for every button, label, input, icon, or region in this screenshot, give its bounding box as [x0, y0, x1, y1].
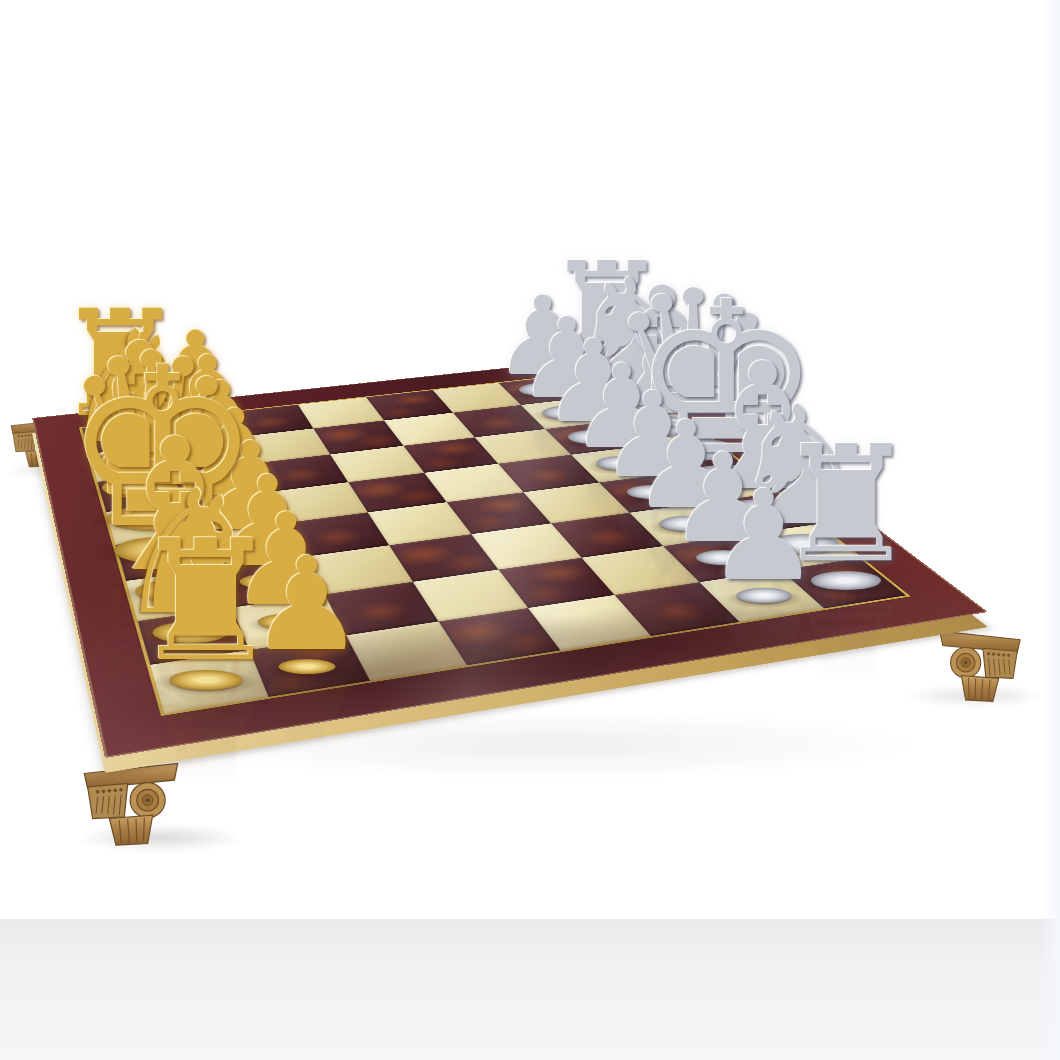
backdrop-right-edge: [1040, 0, 1060, 1060]
backdrop-seam: [0, 919, 1060, 1060]
piece-glyph: ♜: [131, 518, 281, 685]
scene: ♜♜♞♞♝♝♛♛♚♚♝♝♞♞♜♜♟♟♟♟♟♟♟♟♟♟♟♟♟♟♟♟♟♟♟♟♟♟♟♟…: [0, 0, 1060, 1060]
ionic-foot-icon: [81, 760, 181, 847]
piece-glyph: ♟: [708, 473, 820, 598]
ionic-foot-icon: [937, 628, 1023, 703]
